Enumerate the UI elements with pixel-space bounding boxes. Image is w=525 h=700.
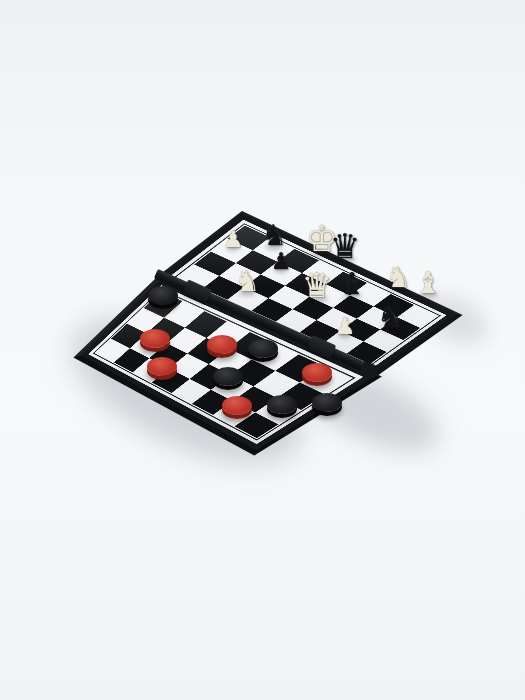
white-knight[interactable]: ♞ <box>225 267 269 296</box>
black-checker[interactable] <box>213 367 243 386</box>
red-checker[interactable] <box>147 357 177 376</box>
white-pawn[interactable]: ♟ <box>323 315 367 338</box>
black-queen[interactable]: ♛ <box>323 229 367 263</box>
red-checker[interactable] <box>140 329 170 348</box>
red-checker[interactable] <box>222 396 252 415</box>
black-checker[interactable] <box>148 286 178 305</box>
black-checker[interactable] <box>312 393 342 412</box>
board-scene: ♟♞♟♚♛♞♛♝♞♝♟♞ <box>0 0 525 700</box>
black-checker[interactable] <box>267 395 297 414</box>
piece-layer: ♟♞♟♚♛♞♛♝♞♝♟♞ <box>0 0 525 700</box>
black-checker[interactable] <box>248 339 278 358</box>
white-queen[interactable]: ♛ <box>295 268 339 302</box>
white-bishop[interactable]: ♝ <box>406 268 450 298</box>
red-checker[interactable] <box>207 335 237 354</box>
black-knight[interactable]: ♞ <box>368 303 412 332</box>
black-knight[interactable]: ♞ <box>252 221 296 250</box>
white-pawn[interactable]: ♟ <box>211 228 255 251</box>
red-checker[interactable] <box>302 363 332 382</box>
